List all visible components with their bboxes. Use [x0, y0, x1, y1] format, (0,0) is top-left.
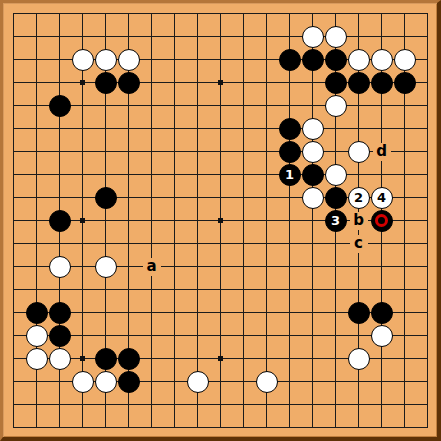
white-stone	[302, 187, 324, 209]
black-stone	[49, 95, 71, 117]
white-stone	[49, 348, 71, 370]
white-stone	[72, 49, 94, 71]
white-stone	[371, 325, 393, 347]
red-circle-mark	[375, 214, 388, 227]
black-stone	[371, 210, 393, 232]
star-point	[80, 356, 85, 361]
move-number: 3	[331, 214, 340, 227]
black-stone	[118, 348, 140, 370]
point-label-b: b	[350, 212, 368, 230]
white-stone	[49, 256, 71, 278]
white-stone	[95, 371, 117, 393]
star-point	[218, 80, 223, 85]
black-stone	[279, 49, 301, 71]
black-stone	[325, 187, 347, 209]
move-number: 4	[377, 191, 386, 204]
star-point	[80, 80, 85, 85]
white-stone	[256, 371, 278, 393]
move-number: 1	[285, 168, 294, 181]
point-label-a: a	[143, 258, 161, 276]
white-stone	[348, 49, 370, 71]
white-stone	[325, 26, 347, 48]
white-stone	[118, 49, 140, 71]
star-point	[218, 356, 223, 361]
white-stone	[302, 26, 324, 48]
black-stone	[348, 302, 370, 324]
black-stone	[26, 302, 48, 324]
black-stone	[95, 348, 117, 370]
black-stone	[371, 72, 393, 94]
black-stone: 1	[279, 164, 301, 186]
black-stone	[49, 210, 71, 232]
white-stone: 2	[348, 187, 370, 209]
black-stone	[302, 49, 324, 71]
star-point	[218, 218, 223, 223]
white-stone	[26, 348, 48, 370]
white-stone	[95, 256, 117, 278]
white-stone	[72, 371, 94, 393]
black-stone	[325, 49, 347, 71]
black-stone: 3	[325, 210, 347, 232]
black-stone	[118, 371, 140, 393]
white-stone	[26, 325, 48, 347]
black-stone	[49, 325, 71, 347]
move-number: 2	[354, 191, 363, 204]
white-stone: 4	[371, 187, 393, 209]
white-stone	[302, 141, 324, 163]
black-stone	[302, 164, 324, 186]
black-stone	[49, 302, 71, 324]
black-stone	[95, 72, 117, 94]
black-stone	[371, 302, 393, 324]
black-stone	[118, 72, 140, 94]
black-stone	[279, 118, 301, 140]
white-stone	[187, 371, 209, 393]
point-label-c: c	[350, 235, 368, 253]
white-stone	[325, 164, 347, 186]
white-stone	[371, 49, 393, 71]
black-stone	[325, 72, 347, 94]
white-stone	[348, 141, 370, 163]
white-stone	[394, 49, 416, 71]
white-stone	[325, 95, 347, 117]
point-label-d: d	[373, 143, 391, 161]
star-point	[80, 218, 85, 223]
white-stone	[95, 49, 117, 71]
white-stone	[348, 348, 370, 370]
black-stone	[348, 72, 370, 94]
black-stone	[279, 141, 301, 163]
black-stone	[394, 72, 416, 94]
white-stone	[302, 118, 324, 140]
black-stone	[95, 187, 117, 209]
go-board: abcd1243	[0, 0, 441, 441]
